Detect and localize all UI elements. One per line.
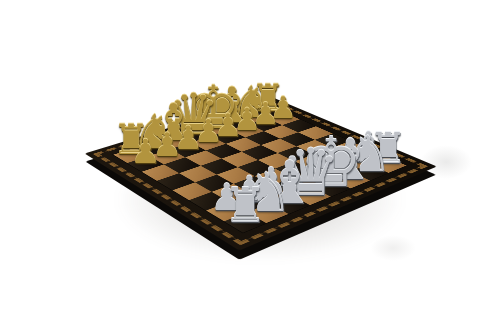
piece-white-rook-a1[interactable]: ♜ bbox=[223, 181, 266, 229]
chess-set-photo: ♜♞♝♛♚♝♞♜♟♟♟♟♟♟♟♟♟♟♟♟♟♟♟♟♜♞♝♛♚♝♞♜ bbox=[0, 0, 480, 320]
piece-black-pawn-a7[interactable]: ♟ bbox=[131, 135, 161, 168]
